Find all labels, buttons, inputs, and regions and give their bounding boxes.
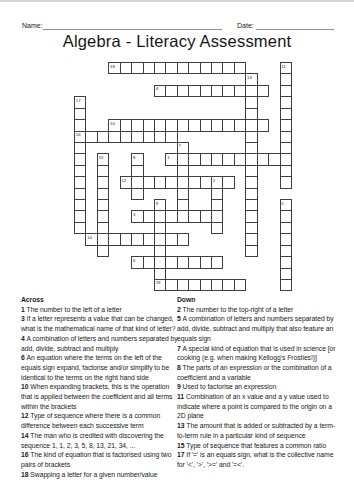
cell-number: 10	[109, 120, 119, 126]
grid-cell-r1c15[interactable]: 13	[245, 73, 257, 85]
grid-cell-r16c7[interactable]	[154, 245, 166, 257]
across-clues-list: 1 The number to the left of a letter3 If…	[21, 305, 178, 480]
grid-cell-r14c2[interactable]	[97, 222, 109, 234]
clue-number: 10	[21, 383, 30, 390]
clue-number: 17	[177, 451, 186, 458]
clue-across-4: 4 A combination of letters and numbers s…	[21, 334, 178, 353]
down-clues-column: Down 2 The number to the top-right of a …	[177, 295, 342, 470]
clue-number: 18	[21, 471, 30, 478]
across-heading: Across	[21, 295, 178, 305]
clue-number: 14	[21, 432, 30, 439]
grid-cell-r19c18[interactable]	[280, 279, 292, 291]
clue-across-3: 3 If a letter represents a value that ca…	[21, 314, 178, 333]
cell-number: 13	[246, 74, 256, 80]
grid-cell-r16c15[interactable]	[245, 245, 257, 257]
grid-cell-r10c18[interactable]	[280, 176, 292, 188]
grid-cell-r17c12[interactable]	[211, 256, 223, 268]
clue-number: 8	[177, 364, 183, 371]
grid-cell-r15c9[interactable]	[177, 233, 189, 245]
clue-down-9: 9 Used to factorise an expression	[177, 382, 342, 392]
name-field[interactable]	[43, 18, 222, 30]
grid-cell-r14c7[interactable]	[154, 222, 166, 234]
grid-cell-r4c15[interactable]	[245, 108, 257, 120]
cell-number: 3	[132, 211, 142, 217]
cell-number: 1	[166, 154, 176, 160]
crossword-grid: 18410161122314619111317715895	[74, 62, 293, 292]
cell-number: 7	[178, 143, 188, 149]
down-heading: Down	[177, 295, 342, 305]
clue-across-10: 10 When expanding brackets, this is the …	[21, 382, 178, 411]
clue-number: 9	[177, 383, 183, 390]
grid-cell-r16c2[interactable]	[97, 245, 109, 257]
clue-across-1: 1 The number to the left of a letter	[21, 305, 178, 315]
clue-down-2: 2 The number to the top-right of a lette…	[177, 305, 342, 315]
clue-number: 4	[21, 335, 27, 342]
cell-number: 11	[281, 63, 291, 69]
grid-cell-r12c12[interactable]	[211, 199, 223, 211]
cell-number: 18	[109, 63, 119, 69]
grid-cell-r12c9[interactable]	[177, 199, 189, 211]
cell-number: 15	[98, 154, 108, 160]
grid-cell-r7c18[interactable]	[280, 142, 292, 154]
cell-number: 5	[281, 200, 291, 206]
grid-cell-r18c7[interactable]	[154, 268, 166, 280]
name-label: Name:	[22, 22, 43, 29]
grid-cell-r9c9[interactable]	[177, 165, 189, 177]
clue-down-15: 15 Type of sequence that features a comm…	[177, 441, 342, 451]
clue-down-7: 7 A special kind of equation that is use…	[177, 344, 342, 363]
page-title: Algebra - Literacy Assessment	[0, 32, 354, 51]
grid-cell-r9c5[interactable]	[131, 165, 143, 177]
clue-number: 16	[21, 451, 30, 458]
clue-number: 3	[21, 315, 27, 322]
clue-number: 13	[177, 422, 186, 429]
clue-number: 6	[21, 354, 27, 361]
cell-number: 2	[212, 177, 222, 183]
grid-cell-r7c15[interactable]	[245, 142, 257, 154]
clue-down-17: 17 If '=' is an equals sign, what is the…	[177, 450, 342, 469]
worksheet-page: Name: Date: Algebra - Literacy Assessmen…	[0, 0, 354, 500]
clue-number: 11	[177, 393, 186, 400]
across-clues-column: Across 1 The number to the left of a let…	[21, 295, 178, 479]
cell-number: 12	[121, 177, 131, 183]
date-label: Date:	[237, 22, 254, 29]
cell-number: 19	[155, 280, 165, 286]
cell-number: 6	[132, 257, 142, 263]
grid-cell-r2c16[interactable]	[257, 85, 269, 97]
cell-number: 16	[75, 132, 85, 138]
clue-across-14: 14 The man who is credited with discover…	[21, 431, 178, 450]
cell-number: 14	[86, 234, 96, 240]
grid-cell-r12c7[interactable]: 9	[154, 199, 166, 211]
clue-across-18: 18 Swapping a letter for a given number/…	[21, 470, 178, 480]
cell-number: 9	[155, 200, 165, 206]
grid-cell-r5c16[interactable]	[257, 119, 269, 131]
clue-number: 12	[21, 412, 30, 419]
grid-cell-r14c0[interactable]	[74, 222, 86, 234]
clue-number: 5	[177, 315, 183, 322]
cell-number: 4	[155, 86, 165, 92]
grid-cell-r11c5[interactable]	[131, 188, 143, 200]
header-fields: Name: Date:	[22, 18, 334, 32]
clue-number: 15	[177, 442, 186, 449]
down-clues-list: 2 The number to the top-right of a lette…	[177, 305, 342, 470]
grid-cell-r7c9[interactable]: 7	[177, 142, 189, 154]
clue-number: 1	[21, 306, 27, 313]
grid-cell-r14c12[interactable]	[211, 222, 223, 234]
clue-number: 2	[177, 306, 183, 313]
clue-down-13: 13 The amount that is added or subtracte…	[177, 421, 342, 440]
grid-cell-r10c13[interactable]	[222, 176, 234, 188]
grid-cell-r5c0[interactable]	[74, 119, 86, 131]
clue-down-11: 11 Combination of an x value and a y val…	[177, 392, 342, 421]
clue-down-5: 5 A combination of letters and numbers s…	[177, 314, 342, 343]
clue-across-16: 16 The kind of equation that is factoris…	[21, 450, 178, 469]
clue-across-12: 12 Type of sequence where there is a com…	[21, 411, 178, 430]
clue-number: 7	[177, 345, 183, 352]
date-field[interactable]	[256, 18, 334, 30]
cell-number: 8	[132, 154, 142, 160]
cell-number: 17	[75, 97, 85, 103]
grid-cell-r19c14[interactable]	[234, 279, 246, 291]
clue-across-6: 6 An equation where the terms on the lef…	[21, 353, 178, 382]
clue-down-8: 8 The parts of an expression or the comb…	[177, 363, 342, 382]
